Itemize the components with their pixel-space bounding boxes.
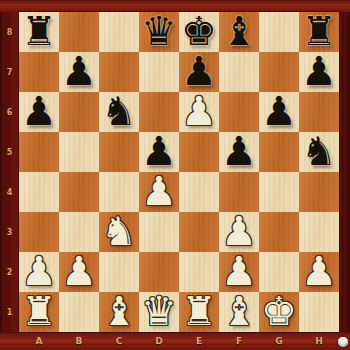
- square-d1[interactable]: ♛: [139, 292, 179, 332]
- piece-white-pawn[interactable]: ♟: [221, 211, 257, 251]
- piece-black-pawn[interactable]: ♟: [61, 51, 97, 91]
- piece-black-rook[interactable]: ♜: [301, 11, 337, 51]
- square-c1[interactable]: ♝: [99, 292, 139, 332]
- square-a8[interactable]: ♜: [19, 12, 59, 52]
- board: ♜♛♚♝♜♟♟♟♟♞♟♟♟♟♞♟♞♟♟♟♟♟♜♝♛♜♝♚: [19, 12, 339, 332]
- piece-white-rook[interactable]: ♜: [181, 291, 217, 331]
- square-f4[interactable]: [219, 172, 259, 212]
- piece-black-pawn[interactable]: ♟: [221, 131, 257, 171]
- rank-labels: 87654321: [0, 12, 19, 332]
- square-e7[interactable]: ♟: [179, 52, 219, 92]
- square-a3[interactable]: [19, 212, 59, 252]
- rank-label-7: 7: [0, 52, 19, 92]
- square-g8[interactable]: [259, 12, 299, 52]
- piece-white-bishop[interactable]: ♝: [101, 291, 137, 331]
- piece-black-rook[interactable]: ♜: [21, 11, 57, 51]
- file-label-f: F: [219, 332, 259, 350]
- file-label-h: H: [299, 332, 339, 350]
- piece-black-knight[interactable]: ♞: [301, 131, 337, 171]
- square-g2[interactable]: [259, 252, 299, 292]
- square-a4[interactable]: [19, 172, 59, 212]
- square-d5[interactable]: ♟: [139, 132, 179, 172]
- square-b4[interactable]: [59, 172, 99, 212]
- square-c5[interactable]: [99, 132, 139, 172]
- square-b5[interactable]: [59, 132, 99, 172]
- square-d2[interactable]: [139, 252, 179, 292]
- piece-white-king[interactable]: ♚: [261, 291, 297, 331]
- square-c7[interactable]: [99, 52, 139, 92]
- square-g4[interactable]: [259, 172, 299, 212]
- square-e3[interactable]: [179, 212, 219, 252]
- piece-white-pawn[interactable]: ♟: [141, 171, 177, 211]
- square-a2[interactable]: ♟: [19, 252, 59, 292]
- square-f7[interactable]: [219, 52, 259, 92]
- file-label-b: B: [59, 332, 99, 350]
- file-label-g: G: [259, 332, 299, 350]
- square-g1[interactable]: ♚: [259, 292, 299, 332]
- square-d7[interactable]: [139, 52, 179, 92]
- file-label-d: D: [139, 332, 179, 350]
- square-g5[interactable]: [259, 132, 299, 172]
- file-label-c: C: [99, 332, 139, 350]
- piece-white-pawn[interactable]: ♟: [221, 251, 257, 291]
- piece-white-pawn[interactable]: ♟: [61, 251, 97, 291]
- square-g3[interactable]: [259, 212, 299, 252]
- square-h7[interactable]: ♟: [299, 52, 339, 92]
- square-g6[interactable]: ♟: [259, 92, 299, 132]
- square-c2[interactable]: [99, 252, 139, 292]
- square-c4[interactable]: [99, 172, 139, 212]
- square-c3[interactable]: ♞: [99, 212, 139, 252]
- rank-label-1: 1: [0, 292, 19, 332]
- square-h8[interactable]: ♜: [299, 12, 339, 52]
- square-h4[interactable]: [299, 172, 339, 212]
- piece-black-pawn[interactable]: ♟: [181, 51, 217, 91]
- square-e8[interactable]: ♚: [179, 12, 219, 52]
- square-e1[interactable]: ♜: [179, 292, 219, 332]
- square-a6[interactable]: ♟: [19, 92, 59, 132]
- square-c6[interactable]: ♞: [99, 92, 139, 132]
- square-e6[interactable]: ♟: [179, 92, 219, 132]
- square-f6[interactable]: [219, 92, 259, 132]
- piece-black-pawn[interactable]: ♟: [301, 51, 337, 91]
- piece-black-pawn[interactable]: ♟: [141, 131, 177, 171]
- square-b3[interactable]: [59, 212, 99, 252]
- square-b8[interactable]: [59, 12, 99, 52]
- piece-white-pawn[interactable]: ♟: [21, 251, 57, 291]
- square-e5[interactable]: [179, 132, 219, 172]
- piece-white-knight[interactable]: ♞: [101, 211, 137, 251]
- square-d6[interactable]: [139, 92, 179, 132]
- square-d8[interactable]: ♛: [139, 12, 179, 52]
- rank-label-5: 5: [0, 132, 19, 172]
- file-labels: ABCDEFGH: [19, 332, 339, 350]
- piece-black-pawn[interactable]: ♟: [261, 91, 297, 131]
- square-a7[interactable]: [19, 52, 59, 92]
- rank-label-3: 3: [0, 212, 19, 252]
- square-b1[interactable]: [59, 292, 99, 332]
- square-c8[interactable]: [99, 12, 139, 52]
- piece-white-pawn[interactable]: ♟: [181, 91, 217, 131]
- square-b7[interactable]: ♟: [59, 52, 99, 92]
- piece-white-rook[interactable]: ♜: [21, 291, 57, 331]
- piece-black-bishop[interactable]: ♝: [221, 11, 257, 51]
- square-h1[interactable]: [299, 292, 339, 332]
- piece-black-king[interactable]: ♚: [181, 11, 217, 51]
- square-d4[interactable]: ♟: [139, 172, 179, 212]
- square-h2[interactable]: ♟: [299, 252, 339, 292]
- piece-black-pawn[interactable]: ♟: [21, 91, 57, 131]
- square-h5[interactable]: ♞: [299, 132, 339, 172]
- piece-white-queen[interactable]: ♛: [141, 291, 177, 331]
- square-h3[interactable]: [299, 212, 339, 252]
- square-b2[interactable]: ♟: [59, 252, 99, 292]
- chess-board-frame: 87654321 ABCDEFGH ♜♛♚♝♜♟♟♟♟♞♟♟♟♟♞♟♞♟♟♟♟♟…: [0, 0, 350, 350]
- piece-white-bishop[interactable]: ♝: [221, 291, 257, 331]
- file-label-a: A: [19, 332, 59, 350]
- square-f3[interactable]: ♟: [219, 212, 259, 252]
- square-a5[interactable]: [19, 132, 59, 172]
- square-e2[interactable]: [179, 252, 219, 292]
- square-f8[interactable]: ♝: [219, 12, 259, 52]
- square-g7[interactable]: [259, 52, 299, 92]
- square-e4[interactable]: [179, 172, 219, 212]
- file-label-e: E: [179, 332, 219, 350]
- rank-label-4: 4: [0, 172, 19, 212]
- piece-black-knight[interactable]: ♞: [101, 91, 137, 131]
- square-b6[interactable]: [59, 92, 99, 132]
- square-h6[interactable]: [299, 92, 339, 132]
- piece-black-queen[interactable]: ♛: [141, 11, 177, 51]
- square-f2[interactable]: ♟: [219, 252, 259, 292]
- piece-white-pawn[interactable]: ♟: [301, 251, 337, 291]
- rank-label-8: 8: [0, 12, 19, 52]
- rank-label-2: 2: [0, 252, 19, 292]
- square-d3[interactable]: [139, 212, 179, 252]
- square-f1[interactable]: ♝: [219, 292, 259, 332]
- white-to-move-indicator: [338, 337, 348, 347]
- square-a1[interactable]: ♜: [19, 292, 59, 332]
- square-f5[interactable]: ♟: [219, 132, 259, 172]
- rank-label-6: 6: [0, 92, 19, 132]
